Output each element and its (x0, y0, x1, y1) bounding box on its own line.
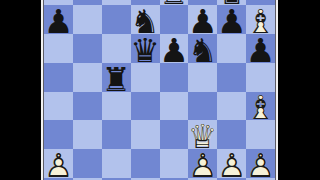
letterbox-left (0, 0, 40, 180)
square-b7[interactable] (73, 5, 102, 34)
white-bishop-outline-h4: ♗ (246, 94, 275, 123)
square-f6[interactable]: ♞ (188, 34, 217, 63)
square-c1[interactable] (102, 178, 131, 180)
white-pawn-h2[interactable]: ♟ (246, 151, 275, 180)
square-d1[interactable] (131, 178, 160, 180)
white-bishop-h7[interactable]: ♝ (246, 7, 275, 36)
square-a6[interactable] (44, 34, 73, 63)
square-d5[interactable] (131, 63, 160, 92)
black-knight-f6[interactable]: ♞ (188, 36, 217, 65)
square-d2[interactable] (131, 149, 160, 178)
black-pawn-g7[interactable]: ♟ (217, 7, 246, 36)
square-f4[interactable] (188, 92, 217, 121)
square-h6[interactable]: ♟ (246, 34, 275, 63)
square-b2[interactable] (73, 149, 102, 178)
square-g7[interactable]: ♟ (217, 5, 246, 34)
square-g5[interactable] (217, 63, 246, 92)
white-pawn-outline-a2: ♙ (44, 151, 73, 180)
square-g6[interactable] (217, 34, 246, 63)
black-pawn-e6[interactable]: ♟ (160, 36, 189, 65)
square-d3[interactable] (131, 120, 160, 149)
square-e3[interactable] (160, 120, 189, 149)
black-rook-c5[interactable]: ♜ (102, 65, 131, 94)
square-c5[interactable]: ♜ (102, 63, 131, 92)
square-c3[interactable] (102, 120, 131, 149)
white-queen-outline-f3: ♕ (188, 122, 217, 151)
white-bishop-h4[interactable]: ♝ (246, 94, 275, 123)
white-pawn-g2[interactable]: ♟ (217, 151, 246, 180)
white-pawn-outline-f2: ♙ (188, 151, 217, 180)
white-pawn-f2[interactable]: ♟ (188, 151, 217, 180)
square-a4[interactable] (44, 92, 73, 121)
square-g3[interactable] (217, 120, 246, 149)
square-c4[interactable] (102, 92, 131, 121)
square-c6[interactable] (102, 34, 131, 63)
letterbox-right (279, 0, 320, 180)
square-a3[interactable] (44, 120, 73, 149)
square-f5[interactable] (188, 63, 217, 92)
square-b5[interactable] (73, 63, 102, 92)
square-g4[interactable] (217, 92, 246, 121)
square-d7[interactable]: ♞ (131, 5, 160, 34)
white-pawn-outline-g2: ♙ (217, 151, 246, 180)
white-bishop-outline-h7: ♗ (246, 7, 275, 36)
square-h5[interactable] (246, 63, 275, 92)
square-d6[interactable]: ♛ (131, 34, 160, 63)
square-g2[interactable]: ♟♙ (217, 149, 246, 178)
square-b3[interactable] (73, 120, 102, 149)
square-c7[interactable] (102, 5, 131, 34)
black-pawn-h6[interactable]: ♟ (246, 36, 275, 65)
square-f1[interactable] (188, 178, 217, 180)
square-h1[interactable] (246, 178, 275, 180)
white-queen-f3[interactable]: ♛ (188, 122, 217, 151)
square-f3[interactable]: ♛♕ (188, 120, 217, 149)
square-b4[interactable] (73, 92, 102, 121)
square-d4[interactable] (131, 92, 160, 121)
square-c2[interactable] (102, 149, 131, 178)
black-pawn-a7[interactable]: ♟ (44, 7, 73, 36)
square-e4[interactable] (160, 92, 189, 121)
square-b6[interactable] (73, 34, 102, 63)
video-frame: ♜♚♟♞♟♟♝♗♛♟♞♟♜♝♗♛♕♟♙♟♙♟♙♟♙ (0, 0, 320, 180)
square-e7[interactable] (160, 5, 189, 34)
square-e2[interactable] (160, 149, 189, 178)
white-pawn-a2[interactable]: ♟ (44, 151, 73, 180)
square-h3[interactable] (246, 120, 275, 149)
square-e1[interactable] (160, 178, 189, 180)
black-queen-d6[interactable]: ♛ (131, 36, 160, 65)
black-pawn-f7[interactable]: ♟ (188, 7, 217, 36)
square-a7[interactable]: ♟ (44, 5, 73, 34)
square-e6[interactable]: ♟ (160, 34, 189, 63)
board: ♜♚♟♞♟♟♝♗♛♟♞♟♜♝♗♛♕♟♙♟♙♟♙♟♙ (44, 0, 275, 180)
square-f2[interactable]: ♟♙ (188, 149, 217, 178)
square-a2[interactable]: ♟♙ (44, 149, 73, 178)
square-g1[interactable] (217, 178, 246, 180)
square-h7[interactable]: ♝♗ (246, 5, 275, 34)
white-pawn-outline-h2: ♙ (246, 151, 275, 180)
black-knight-d7[interactable]: ♞ (131, 7, 160, 36)
square-h2[interactable]: ♟♙ (246, 149, 275, 178)
square-f7[interactable]: ♟ (188, 5, 217, 34)
square-a1[interactable] (44, 178, 73, 180)
square-a5[interactable] (44, 63, 73, 92)
square-h4[interactable]: ♝♗ (246, 92, 275, 121)
square-b1[interactable] (73, 178, 102, 180)
square-e5[interactable] (160, 63, 189, 92)
